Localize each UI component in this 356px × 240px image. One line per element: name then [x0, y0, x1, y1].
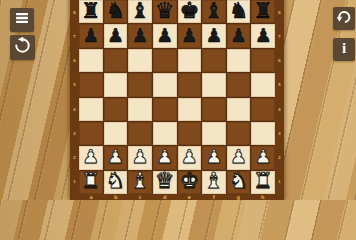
file-label-a: a [79, 194, 104, 200]
piece-white-pawn: ♟ [107, 147, 124, 166]
file-label-e: e [177, 194, 202, 200]
piece-black-knight: ♞ [106, 0, 126, 22]
square-g6[interactable] [227, 49, 251, 72]
square-f7[interactable]: ♟ [202, 24, 226, 47]
rank-label-5: 5 [70, 73, 79, 97]
square-d4[interactable] [153, 98, 177, 121]
rank-label-6: 6 [275, 49, 284, 73]
square-c2[interactable]: ♟ [128, 146, 152, 169]
piece-white-knight: ♞ [106, 170, 126, 192]
square-g2[interactable]: ♟ [227, 146, 251, 169]
piece-white-pawn: ♟ [230, 147, 247, 166]
square-e4[interactable] [178, 98, 202, 121]
square-g3[interactable] [227, 122, 251, 145]
square-g5[interactable] [227, 73, 251, 96]
piece-white-knight: ♞ [229, 170, 249, 192]
square-b6[interactable] [104, 49, 128, 72]
square-h1[interactable]: ♜ [251, 171, 275, 194]
square-a6[interactable] [79, 49, 103, 72]
square-d6[interactable] [153, 49, 177, 72]
square-c3[interactable] [128, 122, 152, 145]
piece-white-rook: ♜ [253, 170, 273, 192]
square-h5[interactable] [251, 73, 275, 96]
square-e2[interactable]: ♟ [178, 146, 202, 169]
file-label-b: b [104, 194, 129, 200]
file-label-f: f [202, 194, 227, 200]
square-h3[interactable] [251, 122, 275, 145]
rank-label-2: 2 [70, 146, 79, 170]
piece-white-pawn: ♟ [82, 147, 99, 166]
app-background: { "app": {"name": "chess-app"}, "game": … [0, 0, 356, 200]
square-c6[interactable] [128, 49, 152, 72]
square-b5[interactable] [104, 73, 128, 96]
square-c4[interactable] [128, 98, 152, 121]
square-a8[interactable]: ♜ [79, 0, 103, 23]
file-label-h: h [251, 194, 276, 200]
rank-label-7: 7 [275, 24, 284, 48]
piece-black-pawn: ♟ [82, 26, 99, 45]
piece-black-pawn: ♟ [156, 26, 173, 45]
piece-white-pawn: ♟ [181, 147, 198, 166]
square-c5[interactable] [128, 73, 152, 96]
rank-label-4: 4 [70, 97, 79, 121]
rank-label-1: 1 [70, 170, 79, 194]
rank-labels-right: 87654321 [275, 0, 284, 194]
file-labels: abcdefgh [79, 194, 275, 200]
menu-icon [14, 10, 30, 30]
menu-button[interactable] [10, 8, 34, 32]
square-b8[interactable]: ♞ [104, 0, 128, 23]
square-d2[interactable]: ♟ [153, 146, 177, 169]
square-e5[interactable] [178, 73, 202, 96]
square-a2[interactable]: ♟ [79, 146, 103, 169]
piece-white-pawn: ♟ [205, 147, 222, 166]
file-label-d: d [153, 194, 178, 200]
piece-black-knight: ♞ [229, 0, 249, 22]
piece-black-pawn: ♟ [255, 26, 272, 45]
piece-black-pawn: ♟ [230, 26, 247, 45]
piece-white-bishop: ♝ [130, 170, 150, 192]
square-g8[interactable]: ♞ [227, 0, 251, 23]
square-d7[interactable]: ♟ [153, 24, 177, 47]
rank-label-8: 8 [70, 0, 79, 24]
square-h4[interactable] [251, 98, 275, 121]
square-b7[interactable]: ♟ [104, 24, 128, 47]
undo-button[interactable] [333, 7, 355, 30]
square-g7[interactable]: ♟ [227, 24, 251, 47]
rank-label-6: 6 [70, 49, 79, 73]
square-b2[interactable]: ♟ [104, 146, 128, 169]
piece-black-bishop: ♝ [204, 0, 224, 22]
rank-labels-left: 87654321 [70, 0, 79, 194]
file-label-g: g [226, 194, 251, 200]
piece-white-bishop: ♝ [204, 170, 224, 192]
rank-label-7: 7 [70, 24, 79, 48]
piece-white-pawn: ♟ [156, 147, 173, 166]
square-h6[interactable] [251, 49, 275, 72]
piece-black-rook: ♜ [81, 0, 101, 22]
square-e7[interactable]: ♟ [178, 24, 202, 47]
rotate-board-button[interactable] [10, 35, 35, 60]
square-c7[interactable]: ♟ [128, 24, 152, 47]
square-e3[interactable] [178, 122, 202, 145]
rank-label-3: 3 [275, 121, 284, 145]
piece-black-queen: ♛ [155, 0, 175, 22]
rank-label-4: 4 [275, 97, 284, 121]
piece-white-pawn: ♟ [132, 147, 149, 166]
rotate-icon [14, 37, 31, 58]
square-d5[interactable] [153, 73, 177, 96]
piece-white-rook: ♜ [81, 170, 101, 192]
square-a7[interactable]: ♟ [79, 24, 103, 47]
board-frame: ♜♞♝♛♚♝♞♜♟♟♟♟♟♟♟♟♟♟♟♟♟♟♟♟♜♞♝♛♚♝♞♜ 8765432… [70, 0, 284, 200]
piece-black-pawn: ♟ [132, 26, 149, 45]
square-b4[interactable] [104, 98, 128, 121]
piece-white-pawn: ♟ [255, 147, 272, 166]
piece-black-bishop: ♝ [130, 0, 150, 22]
rank-label-5: 5 [275, 73, 284, 97]
rank-label-8: 8 [275, 0, 284, 24]
square-a5[interactable] [79, 73, 103, 96]
square-d8[interactable]: ♛ [153, 0, 177, 23]
square-b3[interactable] [104, 122, 128, 145]
square-f2[interactable]: ♟ [202, 146, 226, 169]
square-g1[interactable]: ♞ [227, 171, 251, 194]
rank-label-3: 3 [70, 121, 79, 145]
square-f1[interactable]: ♝ [202, 171, 226, 194]
rank-label-2: 2 [275, 146, 284, 170]
piece-black-rook: ♜ [253, 0, 273, 22]
piece-white-king: ♚ [179, 170, 199, 192]
square-h2[interactable]: ♟ [251, 146, 275, 169]
rank-label-1: 1 [275, 170, 284, 194]
piece-black-pawn: ♟ [181, 26, 198, 45]
square-g4[interactable] [227, 98, 251, 121]
square-c8[interactable]: ♝ [128, 0, 152, 23]
piece-black-pawn: ♟ [205, 26, 222, 45]
square-d1[interactable]: ♛ [153, 171, 177, 194]
info-icon: i [342, 41, 346, 56]
piece-black-king: ♚ [179, 0, 199, 22]
square-b1[interactable]: ♞ [104, 171, 128, 194]
square-f5[interactable] [202, 73, 226, 96]
square-h8[interactable]: ♜ [251, 0, 275, 23]
square-f4[interactable] [202, 98, 226, 121]
piece-black-pawn: ♟ [107, 26, 124, 45]
info-button[interactable]: i [333, 38, 355, 61]
square-e8[interactable]: ♚ [178, 0, 202, 23]
square-f8[interactable]: ♝ [202, 0, 226, 23]
square-e1[interactable]: ♚ [178, 171, 202, 194]
square-f6[interactable] [202, 49, 226, 72]
file-label-c: c [128, 194, 153, 200]
piece-white-queen: ♛ [155, 170, 175, 192]
undo-icon [336, 9, 352, 29]
square-e6[interactable] [178, 49, 202, 72]
square-d3[interactable] [153, 122, 177, 145]
square-f3[interactable] [202, 122, 226, 145]
square-a1[interactable]: ♜ [79, 171, 103, 194]
square-h7[interactable]: ♟ [251, 24, 275, 47]
square-a3[interactable] [79, 122, 103, 145]
square-c1[interactable]: ♝ [128, 171, 152, 194]
chess-board[interactable]: ♜♞♝♛♚♝♞♜♟♟♟♟♟♟♟♟♟♟♟♟♟♟♟♟♜♞♝♛♚♝♞♜ [79, 0, 275, 194]
square-a4[interactable] [79, 98, 103, 121]
